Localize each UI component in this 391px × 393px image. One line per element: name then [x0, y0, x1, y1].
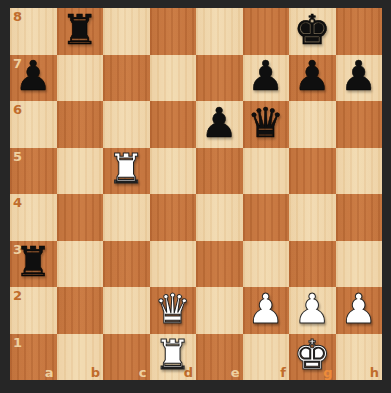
piece-black-pawn-g7[interactable]: ♟	[294, 56, 331, 97]
square-b3[interactable]	[57, 241, 104, 288]
square-h7[interactable]: ♟	[336, 55, 383, 102]
file-label-a: a	[45, 366, 54, 379]
square-g7[interactable]: ♟	[289, 55, 336, 102]
rank-label-5: 5	[13, 150, 22, 163]
square-g3[interactable]	[289, 241, 336, 288]
square-h5[interactable]	[336, 148, 383, 195]
square-f1[interactable]: f	[243, 334, 290, 381]
square-a6[interactable]: 6	[10, 101, 57, 148]
square-d2[interactable]: ♛	[150, 287, 197, 334]
square-g5[interactable]	[289, 148, 336, 195]
piece-black-pawn-h7[interactable]: ♟	[340, 56, 377, 97]
square-h4[interactable]	[336, 194, 383, 241]
rank-label-1: 1	[13, 336, 22, 349]
rank-label-6: 6	[13, 103, 22, 116]
square-f8[interactable]	[243, 8, 290, 55]
square-d1[interactable]: d♜	[150, 334, 197, 381]
file-label-h: h	[370, 366, 379, 379]
square-c8[interactable]	[103, 8, 150, 55]
board-frame: 8♜♚7♟♟♟♟6♟♛5♜43♜2♛♟♟♟1abcd♜efg♚h	[0, 0, 391, 393]
piece-black-queen-f6[interactable]: ♛	[247, 103, 284, 144]
square-b2[interactable]	[57, 287, 104, 334]
piece-white-queen-d2[interactable]: ♛	[154, 289, 191, 330]
square-g1[interactable]: g♚	[289, 334, 336, 381]
square-b6[interactable]	[57, 101, 104, 148]
square-e4[interactable]	[196, 194, 243, 241]
square-g6[interactable]	[289, 101, 336, 148]
square-a2[interactable]: 2	[10, 287, 57, 334]
square-a8[interactable]: 8	[10, 8, 57, 55]
file-label-e: e	[231, 366, 240, 379]
square-g4[interactable]	[289, 194, 336, 241]
square-d7[interactable]	[150, 55, 197, 102]
square-b5[interactable]	[57, 148, 104, 195]
chess-board: 8♜♚7♟♟♟♟6♟♛5♜43♜2♛♟♟♟1abcd♜efg♚h	[10, 8, 382, 380]
square-g8[interactable]: ♚	[289, 8, 336, 55]
square-b7[interactable]	[57, 55, 104, 102]
square-e7[interactable]	[196, 55, 243, 102]
rank-label-8: 8	[13, 10, 22, 23]
square-e1[interactable]: e	[196, 334, 243, 381]
file-label-c: c	[139, 366, 147, 379]
piece-black-pawn-a7[interactable]: ♟	[15, 56, 52, 97]
piece-white-rook-c5[interactable]: ♜	[108, 149, 145, 190]
square-f5[interactable]	[243, 148, 290, 195]
square-b1[interactable]: b	[57, 334, 104, 381]
piece-white-pawn-f2[interactable]: ♟	[247, 289, 284, 330]
piece-black-rook-a3[interactable]: ♜	[15, 242, 52, 283]
square-d5[interactable]	[150, 148, 197, 195]
square-c2[interactable]	[103, 287, 150, 334]
rank-label-4: 4	[13, 196, 22, 209]
square-f3[interactable]	[243, 241, 290, 288]
rank-label-2: 2	[13, 289, 22, 302]
square-h3[interactable]	[336, 241, 383, 288]
square-g2[interactable]: ♟	[289, 287, 336, 334]
square-d6[interactable]	[150, 101, 197, 148]
square-h1[interactable]: h	[336, 334, 383, 381]
piece-white-rook-d1[interactable]: ♜	[154, 335, 191, 376]
square-h8[interactable]	[336, 8, 383, 55]
square-c1[interactable]: c	[103, 334, 150, 381]
square-e6[interactable]: ♟	[196, 101, 243, 148]
square-a7[interactable]: 7♟	[10, 55, 57, 102]
square-f2[interactable]: ♟	[243, 287, 290, 334]
file-label-f: f	[280, 366, 286, 379]
square-b4[interactable]	[57, 194, 104, 241]
square-f7[interactable]: ♟	[243, 55, 290, 102]
square-f6[interactable]: ♛	[243, 101, 290, 148]
square-b8[interactable]: ♜	[57, 8, 104, 55]
square-a4[interactable]: 4	[10, 194, 57, 241]
square-c6[interactable]	[103, 101, 150, 148]
piece-black-pawn-e6[interactable]: ♟	[201, 103, 238, 144]
square-a3[interactable]: 3♜	[10, 241, 57, 288]
square-d4[interactable]	[150, 194, 197, 241]
piece-white-pawn-g2[interactable]: ♟	[294, 289, 331, 330]
piece-black-rook-b8[interactable]: ♜	[61, 10, 98, 51]
square-d3[interactable]	[150, 241, 197, 288]
square-h6[interactable]	[336, 101, 383, 148]
square-e2[interactable]	[196, 287, 243, 334]
square-c4[interactable]	[103, 194, 150, 241]
square-e8[interactable]	[196, 8, 243, 55]
piece-black-king-g8[interactable]: ♚	[294, 10, 331, 51]
piece-black-pawn-f7[interactable]: ♟	[247, 56, 284, 97]
square-a1[interactable]: 1a	[10, 334, 57, 381]
square-e3[interactable]	[196, 241, 243, 288]
square-f4[interactable]	[243, 194, 290, 241]
file-label-b: b	[91, 366, 100, 379]
square-e5[interactable]	[196, 148, 243, 195]
piece-white-pawn-h2[interactable]: ♟	[340, 289, 377, 330]
square-a5[interactable]: 5	[10, 148, 57, 195]
square-c3[interactable]	[103, 241, 150, 288]
square-c5[interactable]: ♜	[103, 148, 150, 195]
square-d8[interactable]	[150, 8, 197, 55]
square-h2[interactable]: ♟	[336, 287, 383, 334]
piece-white-king-g1[interactable]: ♚	[294, 335, 331, 376]
square-c7[interactable]	[103, 55, 150, 102]
